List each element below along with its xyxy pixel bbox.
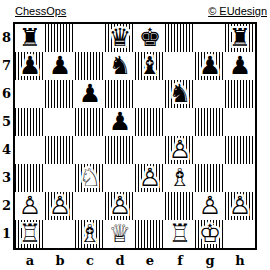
chess-board: ♜♛♚♜♟♟♞♝♟♟♟♞♟♟♙♞♘♟♙♝♗♟♙♟♙♟♙♟♙♟♙♜♖♝♗♛♕♜♖♚…: [13, 22, 257, 250]
white-pawn-icon: ♙: [135, 164, 165, 192]
square-b2[interactable]: ♟♙: [45, 192, 75, 220]
square-a6[interactable]: [15, 80, 45, 108]
white-pawn-icon: ♙: [105, 192, 135, 220]
black-king-icon: ♚: [135, 24, 165, 52]
rank-label-3: 3: [1, 164, 12, 192]
white-pawn-icon: ♙: [225, 192, 255, 220]
piece-white-pawn[interactable]: ♟♙: [45, 192, 75, 220]
square-e4[interactable]: [135, 136, 165, 164]
piece-white-knight[interactable]: ♞♘: [75, 164, 105, 192]
square-a1[interactable]: ♜♖: [15, 220, 45, 248]
rank-label-4: 4: [1, 136, 12, 164]
square-f1[interactable]: ♜♖: [165, 220, 195, 248]
square-d1[interactable]: ♛♕: [105, 220, 135, 248]
square-e1[interactable]: [135, 220, 165, 248]
square-e8[interactable]: ♚: [135, 24, 165, 52]
file-label-h: h: [225, 253, 255, 268]
white-pawn-icon: ♙: [195, 192, 225, 220]
square-g2[interactable]: ♟♙: [195, 192, 225, 220]
black-knight-icon: ♞: [105, 52, 135, 80]
black-knight-icon: ♞: [165, 80, 195, 108]
piece-white-pawn[interactable]: ♟♙: [135, 164, 165, 192]
piece-black-knight[interactable]: ♞: [105, 52, 135, 80]
white-pawn-icon: ♙: [165, 136, 195, 164]
square-b4[interactable]: [45, 136, 75, 164]
white-rook-icon: ♖: [15, 220, 45, 248]
square-c2[interactable]: [75, 192, 105, 220]
square-f5[interactable]: [165, 108, 195, 136]
square-d6[interactable]: [105, 80, 135, 108]
piece-black-pawn[interactable]: ♟: [75, 80, 105, 108]
black-pawn-icon: ♟: [75, 80, 105, 108]
square-g6[interactable]: [195, 80, 225, 108]
white-king-icon: ♔: [195, 220, 225, 248]
square-e6[interactable]: [135, 80, 165, 108]
square-b5[interactable]: [45, 108, 75, 136]
square-g3[interactable]: [195, 164, 225, 192]
piece-black-knight[interactable]: ♞: [165, 80, 195, 108]
square-g4[interactable]: [195, 136, 225, 164]
piece-white-king[interactable]: ♚♔: [195, 220, 225, 248]
square-h2[interactable]: ♟♙: [225, 192, 255, 220]
square-h3[interactable]: [225, 164, 255, 192]
square-e5[interactable]: [135, 108, 165, 136]
rank-label-5: 5: [1, 108, 12, 136]
square-b8[interactable]: [45, 24, 75, 52]
square-c5[interactable]: [75, 108, 105, 136]
rank-label-8: 8: [1, 24, 12, 52]
piece-black-queen[interactable]: ♛: [105, 24, 135, 52]
square-h8[interactable]: ♜: [225, 24, 255, 52]
white-queen-icon: ♕: [105, 220, 135, 248]
piece-black-rook[interactable]: ♜: [225, 24, 255, 52]
square-d5[interactable]: ♟: [105, 108, 135, 136]
square-g1[interactable]: ♚♔: [195, 220, 225, 248]
piece-black-pawn[interactable]: ♟: [105, 108, 135, 136]
black-pawn-icon: ♟: [15, 52, 45, 80]
rank-label-6: 6: [1, 80, 12, 108]
piece-white-pawn[interactable]: ♟♙: [165, 136, 195, 164]
rank-label-2: 2: [1, 192, 12, 220]
square-f4[interactable]: ♟♙: [165, 136, 195, 164]
square-f8[interactable]: [165, 24, 195, 52]
piece-black-pawn[interactable]: ♟: [225, 52, 255, 80]
chess-diagram: ♜♛♚♜♟♟♞♝♟♟♟♞♟♟♙♞♘♟♙♝♗♟♙♟♙♟♙♟♙♟♙♜♖♝♗♛♕♜♖♚…: [0, 0, 270, 270]
square-f2[interactable]: [165, 192, 195, 220]
square-b1[interactable]: [45, 220, 75, 248]
black-pawn-icon: ♟: [105, 108, 135, 136]
square-c8[interactable]: [75, 24, 105, 52]
white-knight-icon: ♘: [75, 164, 105, 192]
square-d2[interactable]: ♟♙: [105, 192, 135, 220]
square-e7[interactable]: ♝: [135, 52, 165, 80]
white-bishop-icon: ♗: [75, 220, 105, 248]
white-bishop-icon: ♗: [165, 164, 195, 192]
file-label-g: g: [195, 253, 225, 268]
square-g5[interactable]: [195, 108, 225, 136]
piece-black-pawn[interactable]: ♟: [45, 52, 75, 80]
file-label-d: d: [105, 253, 135, 268]
black-pawn-icon: ♟: [225, 52, 255, 80]
piece-white-rook[interactable]: ♜♖: [15, 220, 45, 248]
black-queen-icon: ♛: [105, 24, 135, 52]
square-c6[interactable]: ♟: [75, 80, 105, 108]
rank-label-1: 1: [1, 220, 12, 248]
piece-white-bishop[interactable]: ♝♗: [165, 164, 195, 192]
piece-white-bishop[interactable]: ♝♗: [75, 220, 105, 248]
piece-white-pawn[interactable]: ♟♙: [195, 192, 225, 220]
square-c1[interactable]: ♝♗: [75, 220, 105, 248]
square-d4[interactable]: [105, 136, 135, 164]
square-e2[interactable]: [135, 192, 165, 220]
black-pawn-icon: ♟: [195, 52, 225, 80]
piece-black-rook[interactable]: ♜: [15, 24, 45, 52]
square-c3[interactable]: ♞♘: [75, 164, 105, 192]
square-d8[interactable]: ♛: [105, 24, 135, 52]
black-pawn-icon: ♟: [45, 52, 75, 80]
square-a7[interactable]: ♟: [15, 52, 45, 80]
white-pawn-icon: ♙: [45, 192, 75, 220]
square-b6[interactable]: [45, 80, 75, 108]
square-h7[interactable]: ♟: [225, 52, 255, 80]
piece-white-pawn[interactable]: ♟♙: [225, 192, 255, 220]
piece-black-bishop[interactable]: ♝: [135, 52, 165, 80]
white-pawn-icon: ♙: [15, 192, 45, 220]
square-b7[interactable]: ♟: [45, 52, 75, 80]
square-b3[interactable]: [45, 164, 75, 192]
square-d7[interactable]: ♞: [105, 52, 135, 80]
file-label-a: a: [15, 253, 45, 268]
piece-black-king[interactable]: ♚: [135, 24, 165, 52]
rank-label-7: 7: [1, 52, 12, 80]
white-rook-icon: ♖: [165, 220, 195, 248]
square-a3[interactable]: [15, 164, 45, 192]
black-rook-icon: ♜: [225, 24, 255, 52]
piece-black-pawn[interactable]: ♟: [195, 52, 225, 80]
square-a4[interactable]: [15, 136, 45, 164]
square-h6[interactable]: [225, 80, 255, 108]
square-g8[interactable]: [195, 24, 225, 52]
piece-white-pawn[interactable]: ♟♙: [105, 192, 135, 220]
file-label-f: f: [165, 253, 195, 268]
piece-white-queen[interactable]: ♛♕: [105, 220, 135, 248]
square-a8[interactable]: ♜: [15, 24, 45, 52]
square-f6[interactable]: ♞: [165, 80, 195, 108]
square-f7[interactable]: [165, 52, 195, 80]
square-g7[interactable]: ♟: [195, 52, 225, 80]
square-a2[interactable]: ♟♙: [15, 192, 45, 220]
square-c7[interactable]: [75, 52, 105, 80]
piece-white-rook[interactable]: ♜♖: [165, 220, 195, 248]
black-bishop-icon: ♝: [135, 52, 165, 80]
square-d3[interactable]: [105, 164, 135, 192]
square-a5[interactable]: [15, 108, 45, 136]
file-label-b: b: [45, 253, 75, 268]
square-h4[interactable]: [225, 136, 255, 164]
square-h1[interactable]: [225, 220, 255, 248]
square-f3[interactable]: ♝♗: [165, 164, 195, 192]
file-label-e: e: [135, 253, 165, 268]
black-rook-icon: ♜: [15, 24, 45, 52]
square-c4[interactable]: [75, 136, 105, 164]
piece-white-pawn[interactable]: ♟♙: [15, 192, 45, 220]
file-label-c: c: [75, 253, 105, 268]
square-e3[interactable]: ♟♙: [135, 164, 165, 192]
square-h5[interactable]: [225, 108, 255, 136]
piece-black-pawn[interactable]: ♟: [15, 52, 45, 80]
